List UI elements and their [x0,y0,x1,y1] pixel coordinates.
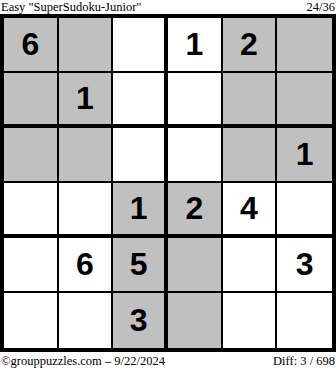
cell-r1c3[interactable] [113,18,168,73]
cell-r6c2[interactable] [59,293,114,348]
cell-r3c3[interactable] [113,128,168,183]
cell-r6c5[interactable] [223,293,278,348]
cell-r5c3[interactable]: 5 [113,238,168,293]
puzzle-title: Easy "SuperSudoku-Junior" [1,1,141,14]
cell-r5c6[interactable]: 3 [277,238,332,293]
cell-r2c5[interactable] [223,73,278,128]
cell-r2c1[interactable] [4,73,59,128]
cell-r5c5[interactable] [223,238,278,293]
copyright-date: ©grouppuzzles.com – 9/22/2024 [1,354,165,369]
cell-r5c4[interactable] [168,238,223,293]
cell-r1c5[interactable]: 2 [223,18,278,73]
cell-r1c1[interactable]: 6 [4,18,59,73]
cell-r5c2[interactable]: 6 [59,238,114,293]
cell-r6c3[interactable]: 3 [113,293,168,348]
cell-r4c1[interactable] [4,183,59,238]
sudoku-board: 612111246533 [0,14,336,352]
puzzle-page: Easy "SuperSudoku-Junior" 24/36 61211124… [0,0,336,370]
cell-r2c6[interactable] [277,73,332,128]
cell-counter: 24/36 [307,1,335,14]
cell-r3c2[interactable] [59,128,114,183]
difficulty-label: Diff: 3 / 698 [273,354,335,369]
cell-r2c2[interactable]: 1 [59,73,114,128]
cell-r6c1[interactable] [4,293,59,348]
cell-r1c6[interactable] [277,18,332,73]
cell-r4c4[interactable]: 2 [168,183,223,238]
cell-r6c6[interactable] [277,293,332,348]
cell-r3c5[interactable] [223,128,278,183]
cell-r1c2[interactable] [59,18,114,73]
cell-r4c5[interactable]: 4 [223,183,278,238]
cell-r3c1[interactable] [4,128,59,183]
footer: ©grouppuzzles.com – 9/22/2024 Diff: 3 / … [0,352,336,370]
cell-r3c6[interactable]: 1 [277,128,332,183]
cell-r6c4[interactable] [168,293,223,348]
cell-r4c6[interactable] [277,183,332,238]
cell-r4c3[interactable]: 1 [113,183,168,238]
cell-r4c2[interactable] [59,183,114,238]
cell-r5c1[interactable] [4,238,59,293]
cell-r3c4[interactable] [168,128,223,183]
cell-r2c4[interactable] [168,73,223,128]
header: Easy "SuperSudoku-Junior" 24/36 [0,0,336,14]
cell-r1c4[interactable]: 1 [168,18,223,73]
cell-r2c3[interactable] [113,73,168,128]
